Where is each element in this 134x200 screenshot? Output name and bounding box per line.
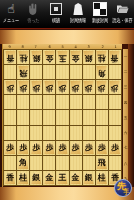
square-8六[interactable] <box>17 126 29 140</box>
square-7四[interactable] <box>30 95 42 109</box>
square-6一[interactable]: 金 <box>43 50 55 64</box>
gote-piece: 銀 <box>31 51 42 64</box>
square-5四[interactable] <box>56 95 68 109</box>
gote-piece: 金 <box>44 51 55 64</box>
square-9八[interactable] <box>4 156 16 170</box>
square-6八[interactable] <box>43 156 55 170</box>
square-4七[interactable]: 歩 <box>70 141 82 155</box>
square-1一[interactable]: 香 <box>109 50 121 64</box>
sente-piece: 金 <box>70 172 81 185</box>
sente-piece: 歩 <box>109 141 120 154</box>
square-5一[interactable]: 玉 <box>56 50 68 64</box>
sente-piece: 歩 <box>96 141 107 154</box>
square-1五[interactable] <box>109 110 121 124</box>
gote-piece: 歩 <box>70 81 81 94</box>
square-1三[interactable]: 歩 <box>109 80 121 94</box>
gote-piece: 銀 <box>83 51 94 64</box>
square-3九[interactable]: 銀 <box>83 171 95 185</box>
square-6二[interactable] <box>43 65 55 79</box>
square-1八[interactable] <box>109 156 121 170</box>
square-2五[interactable] <box>96 110 108 124</box>
hand-icon <box>27 2 39 16</box>
square-3八[interactable] <box>83 156 95 170</box>
square-6六[interactable] <box>43 126 55 140</box>
square-1六[interactable] <box>109 126 121 140</box>
square-9二[interactable] <box>4 65 16 79</box>
rank-label-4: 四 <box>123 95 128 109</box>
square-8四[interactable] <box>17 95 29 109</box>
pointing-hand-icon: ☝ <box>8 2 15 16</box>
square-2三[interactable]: 歩 <box>96 80 108 94</box>
square-8二[interactable]: 飛 <box>17 65 29 79</box>
gote-piece: 歩 <box>96 81 107 94</box>
square-9五[interactable] <box>4 110 16 124</box>
square-8九[interactable]: 桂 <box>17 171 29 185</box>
gote-piece: 桂 <box>18 51 29 64</box>
square-7五[interactable] <box>30 110 42 124</box>
sente-piece: 歩 <box>83 141 94 154</box>
gote-piece: 歩 <box>31 81 42 94</box>
sente-turn-badge: 先 手 <box>114 179 132 197</box>
rank-coordinates: 一二三四五六七八九 <box>123 49 128 186</box>
sente-piece: 歩 <box>57 141 68 154</box>
sente-piece: 飛 <box>96 157 107 170</box>
gote-piece: 桂 <box>96 51 107 64</box>
gote-piece: 歩 <box>44 81 55 94</box>
square-8八[interactable]: 角 <box>17 156 29 170</box>
rank-label-6: 六 <box>123 126 128 140</box>
square-5五[interactable] <box>56 110 68 124</box>
square-4三[interactable]: 歩 <box>70 80 82 94</box>
square-9四[interactable] <box>4 95 16 109</box>
square-7三[interactable]: 歩 <box>30 80 42 94</box>
square-3七[interactable]: 歩 <box>83 141 95 155</box>
rank-label-1: 一 <box>123 50 128 64</box>
toolbar-label-undo: 待った <box>27 17 39 23</box>
square-7九[interactable]: 銀 <box>30 171 42 185</box>
square-9一[interactable]: 香 <box>4 50 16 64</box>
sente-piece: 王 <box>57 172 68 185</box>
sente-piece: 桂 <box>96 172 107 185</box>
folder-icon <box>116 2 129 16</box>
toolbar: ☝ メニュー 待った 棋譜 対局情報 新規対局 読込・保存 <box>0 0 134 28</box>
square-8七[interactable]: 歩 <box>17 141 29 155</box>
square-3六[interactable] <box>83 126 95 140</box>
sente-piece: 歩 <box>31 141 42 154</box>
gote-piece: 歩 <box>5 81 16 94</box>
piece-icon <box>73 2 83 16</box>
toolbar-button-kifu[interactable]: 棋譜 <box>45 0 67 28</box>
square-8五[interactable] <box>17 110 29 124</box>
gote-piece: 歩 <box>57 81 68 94</box>
gote-piece: 飛 <box>18 66 29 79</box>
square-2一[interactable]: 桂 <box>96 50 108 64</box>
gote-piece: 角 <box>96 66 107 79</box>
square-8三[interactable]: 歩 <box>17 80 29 94</box>
sente-piece: 歩 <box>5 141 16 154</box>
board-frame-right <box>128 44 134 200</box>
square-7一[interactable]: 銀 <box>30 50 42 64</box>
square-2四[interactable] <box>96 95 108 109</box>
toolbar-button-game-info[interactable]: 対局情報 <box>67 0 89 28</box>
square-4一[interactable]: 金 <box>70 50 82 64</box>
square-6七[interactable]: 歩 <box>43 141 55 155</box>
rank-label-2: 二 <box>123 65 128 79</box>
toolbar-label-menu: メニュー <box>3 17 19 23</box>
square-9三[interactable]: 歩 <box>4 80 16 94</box>
square-3四[interactable] <box>83 95 95 109</box>
gote-piece: 玉 <box>57 51 68 64</box>
toolbar-label-game-info: 対局情報 <box>70 17 86 23</box>
sente-piece: 香 <box>5 172 16 185</box>
gote-piece: 香 <box>5 51 16 64</box>
square-2七[interactable]: 歩 <box>96 141 108 155</box>
rank-label-5: 五 <box>123 111 128 125</box>
square-6四[interactable] <box>43 95 55 109</box>
square-4六[interactable] <box>70 126 82 140</box>
square-6九[interactable]: 金 <box>43 171 55 185</box>
sente-piece: 歩 <box>18 141 29 154</box>
square-3一[interactable]: 銀 <box>83 50 95 64</box>
toolbar-label-load-save: 読込・保存 <box>113 17 133 23</box>
toolbar-button-new-game[interactable]: 新規対局 <box>89 0 111 28</box>
square-5三[interactable]: 歩 <box>56 80 68 94</box>
toolbar-button-load-save[interactable]: 読込・保存 <box>112 0 134 28</box>
rank-label-3: 三 <box>123 80 128 94</box>
square-4四[interactable] <box>70 95 82 109</box>
square-5九[interactable]: 王 <box>56 171 68 185</box>
square-3二[interactable] <box>83 65 95 79</box>
gote-piece: 香 <box>109 51 120 64</box>
square-5八[interactable] <box>56 156 68 170</box>
board-icon <box>93 2 107 16</box>
square-7七[interactable]: 歩 <box>30 141 42 155</box>
square-6五[interactable] <box>43 110 55 124</box>
square-2九[interactable]: 桂 <box>96 171 108 185</box>
square-9六[interactable] <box>4 126 16 140</box>
square-5七[interactable]: 歩 <box>56 141 68 155</box>
square-4二[interactable] <box>70 65 82 79</box>
square-2八[interactable]: 飛 <box>96 156 108 170</box>
toolbar-button-undo[interactable]: 待った <box>22 0 44 28</box>
square-4八[interactable] <box>70 156 82 170</box>
square-2二[interactable]: 角 <box>96 65 108 79</box>
square-9七[interactable]: 歩 <box>4 141 16 155</box>
toolbar-label-new-game: 新規対局 <box>92 17 108 23</box>
square-7六[interactable] <box>30 126 42 140</box>
sente-piece: 桂 <box>18 172 29 185</box>
square-2六[interactable] <box>96 126 108 140</box>
square-6三[interactable]: 歩 <box>43 80 55 94</box>
gote-piece: 金 <box>70 51 81 64</box>
rank-label-8: 八 <box>123 156 128 170</box>
square-3五[interactable] <box>83 110 95 124</box>
toolbar-label-kifu: 棋譜 <box>52 17 60 23</box>
sente-piece: 銀 <box>31 172 42 185</box>
sente-piece: 歩 <box>70 141 81 154</box>
shogi-board: 987654321 香桂銀金玉金銀桂香飛角歩歩歩歩歩歩歩歩歩歩歩歩歩歩歩歩歩歩角… <box>0 28 134 200</box>
gote-piece-stand <box>0 30 134 44</box>
rank-label-7: 七 <box>123 141 128 155</box>
sente-piece: 金 <box>44 172 55 185</box>
sente-piece: 角 <box>18 157 29 170</box>
gote-piece: 歩 <box>109 81 120 94</box>
sente-piece: 銀 <box>83 172 94 185</box>
board-grid: 香桂銀金玉金銀桂香飛角歩歩歩歩歩歩歩歩歩歩歩歩歩歩歩歩歩歩角飛香桂銀金王金銀桂香 <box>3 49 122 186</box>
square-7二[interactable] <box>30 65 42 79</box>
sente-piece: 歩 <box>44 141 55 154</box>
square-4五[interactable] <box>70 110 82 124</box>
gote-piece: 歩 <box>18 81 29 94</box>
square-1七[interactable]: 歩 <box>109 141 121 155</box>
badge-char-sub: 手 <box>124 189 130 195</box>
square-5六[interactable] <box>56 126 68 140</box>
gote-piece: 歩 <box>83 81 94 94</box>
square-1四[interactable] <box>109 95 121 109</box>
square-5二[interactable] <box>56 65 68 79</box>
square-7八[interactable] <box>30 156 42 170</box>
square-3三[interactable]: 歩 <box>83 80 95 94</box>
record-icon <box>50 2 62 16</box>
square-1二[interactable] <box>109 65 121 79</box>
square-9九[interactable]: 香 <box>4 171 16 185</box>
toolbar-button-menu[interactable]: ☝ メニュー <box>0 0 22 28</box>
square-8一[interactable]: 桂 <box>17 50 29 64</box>
square-4九[interactable]: 金 <box>70 171 82 185</box>
